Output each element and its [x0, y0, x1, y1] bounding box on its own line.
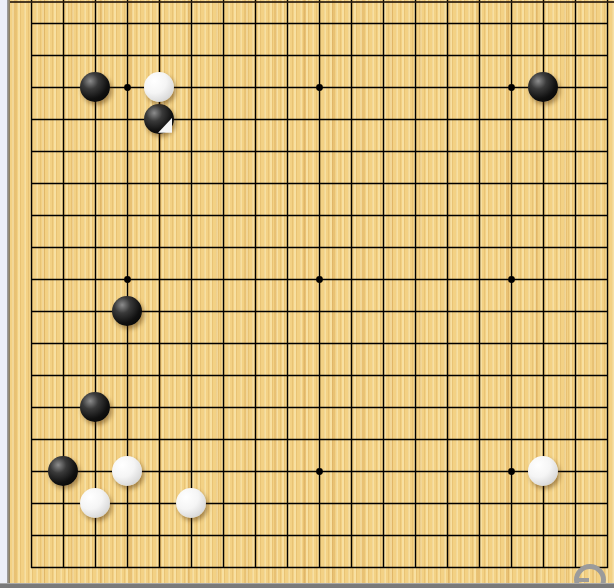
page-background-strip — [0, 0, 7, 588]
board-top-edge-line — [9, 1, 614, 3]
eidogo-logo-bar — [575, 578, 589, 582]
go-board[interactable] — [15, 0, 614, 583]
black-stone-B4[interactable] — [48, 456, 78, 486]
white-stone-C3[interactable] — [80, 488, 110, 518]
last-move-triangle-marker — [158, 118, 172, 133]
black-stone-E15[interactable] — [144, 104, 174, 134]
white-stone-R4[interactable] — [528, 456, 558, 486]
black-stone-C6[interactable] — [80, 392, 110, 422]
go-app-window — [0, 0, 614, 588]
white-stone-F3[interactable] — [176, 488, 206, 518]
board-left-edge-shadow — [7, 0, 10, 584]
window-bottom-edge — [0, 583, 614, 588]
black-stone-C16[interactable] — [80, 72, 110, 102]
black-stone-R16[interactable] — [528, 72, 558, 102]
white-stone-E16[interactable] — [144, 72, 174, 102]
black-stone-D9[interactable] — [112, 296, 142, 326]
white-stone-D4[interactable] — [112, 456, 142, 486]
